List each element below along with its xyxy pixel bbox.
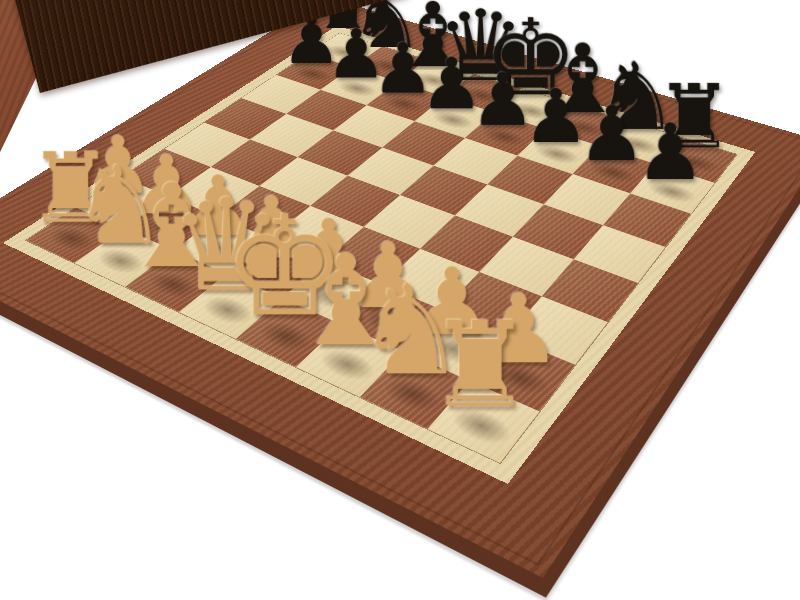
piece-shadow: [584, 158, 642, 187]
chess-board: ♜♞♝♛♚♝♞♜♟♟♟♟♟♟♟♟♟♟♟♟♟♟♟♟♜♞♝♛♚♝♞♜: [0, 0, 800, 578]
piece-shadow: [40, 222, 102, 256]
piece-shadow: [296, 277, 363, 316]
piece-shadow: [89, 243, 153, 279]
black-rook-h8: ♜: [654, 74, 733, 162]
playing-field: ♜♞♝♛♚♝♞♜♟♟♟♟♟♟♟♟♟♟♟♟♟♟♟♟♜♞♝♛♚♝♞♜: [26, 33, 736, 463]
piece-shadow: [443, 401, 520, 451]
square-h6: [603, 193, 691, 247]
board-maple-border: ♜♞♝♛♚♝♞♜♟♟♟♟♟♟♟♟♟♟♟♟♟♟♟♟♜♞♝♛♚♝♞♜: [3, 26, 755, 484]
white-rook-a1: ♜: [27, 141, 114, 238]
photo-scene: ♜♞♝♛♚♝♞♜♟♟♟♟♟♟♟♟♟♟♟♟♟♟♟♟♜♞♝♛♚♝♞♜: [0, 0, 800, 600]
piece-shadow: [418, 328, 489, 371]
piece-shadow: [251, 316, 321, 358]
board-frame: ♜♞♝♛♚♝♞♜♟♟♟♟♟♟♟♟♟♟♟♟♟♟♟♟♜♞♝♛♚♝♞♜: [0, 0, 800, 578]
piece-shadow: [311, 343, 383, 388]
piece-shadow: [484, 355, 557, 401]
piece-shadow: [375, 371, 449, 418]
